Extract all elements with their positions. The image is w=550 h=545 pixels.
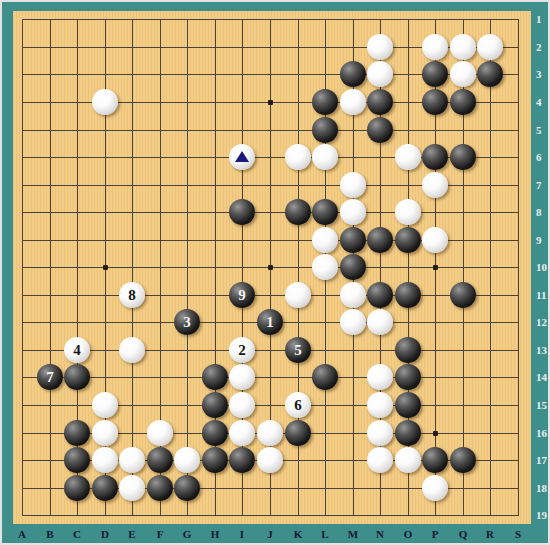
stone-white-I13[interactable]: 2 — [229, 337, 255, 363]
go-board[interactable]: 893142576 — [13, 11, 531, 524]
row-label-5: 5 — [536, 124, 542, 136]
star-point — [433, 265, 438, 270]
stone-black-O13[interactable] — [395, 337, 421, 363]
stone-white-K6[interactable] — [285, 144, 311, 170]
row-label-15: 15 — [536, 399, 547, 411]
stone-white-G17[interactable] — [174, 447, 200, 473]
stone-white-N2[interactable] — [367, 34, 393, 60]
stone-black-B14[interactable]: 7 — [37, 364, 63, 390]
stone-black-N11[interactable] — [367, 282, 393, 308]
row-label-4: 4 — [536, 96, 542, 108]
stone-black-I11[interactable]: 9 — [229, 282, 255, 308]
stone-white-L9[interactable] — [312, 227, 338, 253]
column-label-C: C — [73, 528, 81, 540]
stone-black-P6[interactable] — [422, 144, 448, 170]
stone-white-J16[interactable] — [257, 420, 283, 446]
grid-line — [22, 295, 519, 296]
stone-black-K13[interactable]: 5 — [285, 337, 311, 363]
stone-white-O6[interactable] — [395, 144, 421, 170]
column-label-E: E — [128, 528, 135, 540]
column-label-R: R — [486, 528, 494, 540]
stone-white-K15[interactable]: 6 — [285, 392, 311, 418]
row-label-18: 18 — [536, 482, 547, 494]
move-number-label: 1 — [266, 309, 274, 335]
stone-black-L5[interactable] — [312, 117, 338, 143]
triangle-marker-icon — [235, 151, 249, 162]
stone-black-F18[interactable] — [147, 475, 173, 501]
stone-white-D16[interactable] — [92, 420, 118, 446]
stone-black-R3[interactable] — [477, 61, 503, 87]
star-point — [268, 100, 273, 105]
stone-black-L14[interactable] — [312, 364, 338, 390]
stone-black-H15[interactable] — [202, 392, 228, 418]
stone-black-N4[interactable] — [367, 89, 393, 115]
stone-white-K11[interactable] — [285, 282, 311, 308]
stone-white-E11[interactable]: 8 — [119, 282, 145, 308]
row-label-9: 9 — [536, 234, 542, 246]
column-label-G: G — [183, 528, 192, 540]
star-point — [268, 265, 273, 270]
row-label-14: 14 — [536, 371, 547, 383]
stone-white-D17[interactable] — [92, 447, 118, 473]
stone-white-M8[interactable] — [340, 199, 366, 225]
stone-black-I8[interactable] — [229, 199, 255, 225]
stone-black-O11[interactable] — [395, 282, 421, 308]
stone-white-N17[interactable] — [367, 447, 393, 473]
column-label-L: L — [321, 528, 328, 540]
stone-black-H14[interactable] — [202, 364, 228, 390]
stone-white-E18[interactable] — [119, 475, 145, 501]
row-label-8: 8 — [536, 206, 542, 218]
move-number-label: 3 — [183, 309, 191, 335]
row-label-13: 13 — [536, 344, 547, 356]
stone-white-I6[interactable] — [229, 144, 255, 170]
stone-black-O15[interactable] — [395, 392, 421, 418]
column-label-N: N — [376, 528, 384, 540]
go-board-frame: 893142576 ABCDEFGHIJKLMNOPQRS12345678910… — [0, 0, 550, 545]
stone-white-M12[interactable] — [340, 309, 366, 335]
column-label-D: D — [101, 528, 109, 540]
stone-black-O16[interactable] — [395, 420, 421, 446]
stone-white-P18[interactable] — [422, 475, 448, 501]
row-label-16: 16 — [536, 427, 547, 439]
stone-white-N3[interactable] — [367, 61, 393, 87]
star-point — [103, 265, 108, 270]
column-label-F: F — [157, 528, 164, 540]
stone-white-P2[interactable] — [422, 34, 448, 60]
row-label-2: 2 — [536, 41, 542, 53]
column-label-B: B — [46, 528, 53, 540]
stone-black-G18[interactable] — [174, 475, 200, 501]
row-label-10: 10 — [536, 261, 547, 273]
stone-black-F17[interactable] — [147, 447, 173, 473]
stone-black-K16[interactable] — [285, 420, 311, 446]
stone-white-I14[interactable] — [229, 364, 255, 390]
stone-white-L6[interactable] — [312, 144, 338, 170]
stone-white-N14[interactable] — [367, 364, 393, 390]
move-number-label: 5 — [294, 337, 302, 363]
stone-black-H16[interactable] — [202, 420, 228, 446]
stone-black-K8[interactable] — [285, 199, 311, 225]
stone-white-M11[interactable] — [340, 282, 366, 308]
stone-black-C17[interactable] — [64, 447, 90, 473]
stone-white-P9[interactable] — [422, 227, 448, 253]
stone-white-E13[interactable] — [119, 337, 145, 363]
stone-white-P7[interactable] — [422, 172, 448, 198]
stone-white-I16[interactable] — [229, 420, 255, 446]
row-label-7: 7 — [536, 179, 542, 191]
stone-black-M3[interactable] — [340, 61, 366, 87]
star-point — [433, 431, 438, 436]
stone-black-N9[interactable] — [367, 227, 393, 253]
stone-white-I15[interactable] — [229, 392, 255, 418]
stone-white-E17[interactable] — [119, 447, 145, 473]
column-label-I: I — [240, 528, 244, 540]
stone-black-P3[interactable] — [422, 61, 448, 87]
stone-black-M10[interactable] — [340, 254, 366, 280]
stone-black-C14[interactable] — [64, 364, 90, 390]
column-label-P: P — [432, 528, 439, 540]
grid-line — [22, 377, 519, 378]
stone-white-M7[interactable] — [340, 172, 366, 198]
stone-black-Q17[interactable] — [450, 447, 476, 473]
column-label-S: S — [515, 528, 521, 540]
stone-white-F16[interactable] — [147, 420, 173, 446]
move-number-label: 9 — [238, 282, 246, 308]
row-label-17: 17 — [536, 454, 547, 466]
stone-white-Q2[interactable] — [450, 34, 476, 60]
stone-black-P17[interactable] — [422, 447, 448, 473]
move-number-label: 4 — [73, 337, 81, 363]
stone-white-J17[interactable] — [257, 447, 283, 473]
grid-line — [490, 19, 491, 516]
row-label-3: 3 — [536, 68, 542, 80]
row-label-6: 6 — [536, 151, 542, 163]
grid-line — [22, 350, 519, 351]
stone-black-G12[interactable]: 3 — [174, 309, 200, 335]
stone-white-M4[interactable] — [340, 89, 366, 115]
stone-white-D15[interactable] — [92, 392, 118, 418]
stone-white-C13[interactable]: 4 — [64, 337, 90, 363]
stone-black-M9[interactable] — [340, 227, 366, 253]
stone-white-R2[interactable] — [477, 34, 503, 60]
stone-black-O9[interactable] — [395, 227, 421, 253]
stone-black-Q4[interactable] — [450, 89, 476, 115]
row-label-19: 19 — [536, 509, 547, 521]
column-label-M: M — [348, 528, 358, 540]
stone-black-L4[interactable] — [312, 89, 338, 115]
stone-white-O17[interactable] — [395, 447, 421, 473]
stone-white-N16[interactable] — [367, 420, 393, 446]
grid-line — [518, 19, 519, 516]
stone-black-H17[interactable] — [202, 447, 228, 473]
column-label-O: O — [404, 528, 413, 540]
move-number-label: 6 — [294, 392, 302, 418]
stone-black-Q11[interactable] — [450, 282, 476, 308]
stone-black-D18[interactable] — [92, 475, 118, 501]
stone-white-D4[interactable] — [92, 89, 118, 115]
stone-black-P4[interactable] — [422, 89, 448, 115]
move-number-label: 7 — [46, 364, 54, 390]
stone-black-O14[interactable] — [395, 364, 421, 390]
column-label-A: A — [18, 528, 26, 540]
column-label-J: J — [267, 528, 273, 540]
stone-black-Q6[interactable] — [450, 144, 476, 170]
stone-black-N5[interactable] — [367, 117, 393, 143]
stone-white-N12[interactable] — [367, 309, 393, 335]
stone-black-C16[interactable] — [64, 420, 90, 446]
row-label-12: 12 — [536, 316, 547, 328]
stone-black-J12[interactable]: 1 — [257, 309, 283, 335]
stone-black-C18[interactable] — [64, 475, 90, 501]
grid-line — [22, 515, 519, 516]
row-label-1: 1 — [536, 13, 542, 25]
column-label-K: K — [294, 528, 303, 540]
column-label-Q: Q — [459, 528, 468, 540]
stone-black-L8[interactable] — [312, 199, 338, 225]
stone-white-Q3[interactable] — [450, 61, 476, 87]
stone-white-L10[interactable] — [312, 254, 338, 280]
stone-black-I17[interactable] — [229, 447, 255, 473]
move-number-label: 8 — [128, 282, 136, 308]
stone-white-N15[interactable] — [367, 392, 393, 418]
column-label-H: H — [211, 528, 220, 540]
stone-white-O8[interactable] — [395, 199, 421, 225]
move-number-label: 2 — [238, 337, 246, 363]
row-label-11: 11 — [536, 289, 546, 301]
